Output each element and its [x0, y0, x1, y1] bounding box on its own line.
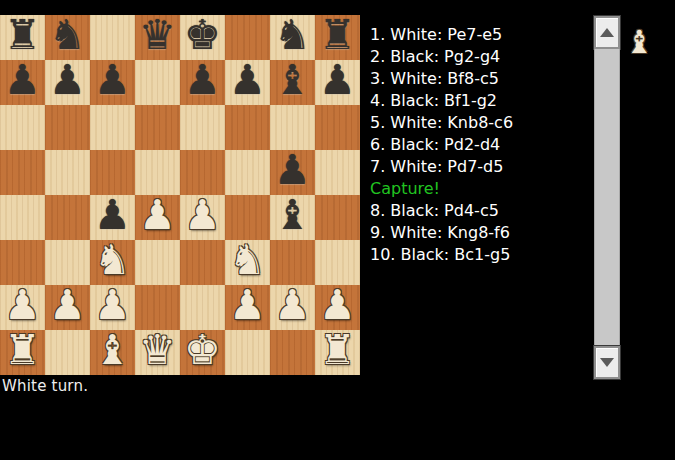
move-list: 1. White: Pe7-e52. Black: Pg2-g43. White…	[370, 24, 585, 266]
square-b3[interactable]	[45, 105, 90, 150]
square-c3[interactable]	[90, 105, 135, 150]
square-d1[interactable]: ♛	[135, 15, 180, 60]
piece-white-rook: ♜	[319, 330, 356, 373]
square-a2[interactable]: ♟	[0, 60, 45, 105]
piece-white-pawn: ♟	[184, 195, 221, 238]
square-h6[interactable]	[315, 240, 360, 285]
square-f1[interactable]	[225, 15, 270, 60]
square-b5[interactable]	[45, 195, 90, 240]
captured-pieces-tray: ♝	[624, 22, 654, 62]
down-arrow-icon	[600, 358, 614, 367]
square-c7[interactable]: ♟	[90, 285, 135, 330]
piece-black-pawn: ♟	[184, 60, 221, 103]
square-e5[interactable]: ♟	[180, 195, 225, 240]
piece-white-pawn: ♟	[274, 285, 311, 328]
capture-announcement: Capture!	[370, 178, 585, 200]
piece-black-knight: ♞	[49, 15, 86, 58]
square-g4[interactable]: ♟	[270, 150, 315, 195]
square-g3[interactable]	[270, 105, 315, 150]
square-c5[interactable]: ♟	[90, 195, 135, 240]
move-entry: 1. White: Pe7-e5	[370, 24, 585, 46]
square-d7[interactable]	[135, 285, 180, 330]
square-d2[interactable]	[135, 60, 180, 105]
piece-black-knight: ♞	[274, 15, 311, 58]
square-g5[interactable]: ♝	[270, 195, 315, 240]
turn-status-text: White turn.	[2, 377, 88, 395]
square-h2[interactable]: ♟	[315, 60, 360, 105]
square-c1[interactable]	[90, 15, 135, 60]
piece-black-pawn: ♟	[229, 60, 266, 103]
piece-white-pawn: ♟	[139, 195, 176, 238]
piece-white-pawn: ♟	[94, 285, 131, 328]
square-f7[interactable]: ♟	[225, 285, 270, 330]
square-d3[interactable]	[135, 105, 180, 150]
square-b4[interactable]	[45, 150, 90, 195]
square-b1[interactable]: ♞	[45, 15, 90, 60]
square-e2[interactable]: ♟	[180, 60, 225, 105]
piece-black-bishop: ♝	[274, 195, 311, 238]
up-arrow-icon	[600, 28, 614, 37]
piece-black-pawn: ♟	[274, 150, 311, 193]
move-entry: 10. Black: Bc1-g5	[370, 244, 585, 266]
move-entry: 6. Black: Pd2-d4	[370, 134, 585, 156]
piece-white-bishop: ♝	[94, 330, 131, 373]
piece-white-knight: ♞	[229, 240, 266, 283]
piece-black-rook: ♜	[319, 15, 356, 58]
square-h5[interactable]	[315, 195, 360, 240]
square-c2[interactable]: ♟	[90, 60, 135, 105]
square-e7[interactable]	[180, 285, 225, 330]
square-f4[interactable]	[225, 150, 270, 195]
square-f3[interactable]	[225, 105, 270, 150]
square-h3[interactable]	[315, 105, 360, 150]
square-a8[interactable]: ♜	[0, 330, 45, 375]
scroll-up-button[interactable]	[594, 16, 620, 49]
square-f5[interactable]	[225, 195, 270, 240]
square-e6[interactable]	[180, 240, 225, 285]
square-e1[interactable]: ♚	[180, 15, 225, 60]
square-e4[interactable]	[180, 150, 225, 195]
piece-black-queen: ♛	[139, 15, 176, 58]
square-h8[interactable]: ♜	[315, 330, 360, 375]
piece-black-pawn: ♟	[4, 60, 41, 103]
square-g7[interactable]: ♟	[270, 285, 315, 330]
square-e3[interactable]	[180, 105, 225, 150]
square-c6[interactable]: ♞	[90, 240, 135, 285]
piece-black-pawn: ♟	[94, 195, 131, 238]
square-f6[interactable]: ♞	[225, 240, 270, 285]
piece-black-pawn: ♟	[319, 60, 356, 103]
piece-white-pawn: ♟	[4, 285, 41, 328]
piece-white-queen: ♛	[139, 330, 176, 373]
square-f8[interactable]	[225, 330, 270, 375]
square-g2[interactable]: ♝	[270, 60, 315, 105]
piece-white-king: ♚	[184, 330, 221, 373]
move-entry: 3. White: Bf8-c5	[370, 68, 585, 90]
square-d4[interactable]	[135, 150, 180, 195]
move-entry: 9. White: Kng8-f6	[370, 222, 585, 244]
square-d8[interactable]: ♛	[135, 330, 180, 375]
square-a5[interactable]	[0, 195, 45, 240]
move-entry: 2. Black: Pg2-g4	[370, 46, 585, 68]
square-a7[interactable]: ♟	[0, 285, 45, 330]
square-d6[interactable]	[135, 240, 180, 285]
square-d5[interactable]: ♟	[135, 195, 180, 240]
move-list-scrollbar	[594, 16, 620, 379]
move-entry: 4. Black: Bf1-g2	[370, 90, 585, 112]
square-b7[interactable]: ♟	[45, 285, 90, 330]
piece-black-rook: ♜	[4, 15, 41, 58]
square-c8[interactable]: ♝	[90, 330, 135, 375]
square-a4[interactable]	[0, 150, 45, 195]
move-entry: 5. White: Knb8-c6	[370, 112, 585, 134]
piece-black-bishop: ♝	[274, 60, 311, 103]
square-e8[interactable]: ♚	[180, 330, 225, 375]
square-g6[interactable]	[270, 240, 315, 285]
piece-white-knight: ♞	[94, 240, 131, 283]
square-h4[interactable]	[315, 150, 360, 195]
captured-piece-white-bishop: ♝	[625, 22, 654, 62]
piece-white-pawn: ♟	[49, 285, 86, 328]
chess-board: ♜♞♛♚♞♜♟♟♟♟♟♝♟♟♟♟♟♝♞♞♟♟♟♟♟♟♜♝♛♚♜	[0, 15, 360, 375]
square-b2[interactable]: ♟	[45, 60, 90, 105]
piece-black-pawn: ♟	[49, 60, 86, 103]
square-b6[interactable]	[45, 240, 90, 285]
square-f2[interactable]: ♟	[225, 60, 270, 105]
piece-white-rook: ♜	[4, 330, 41, 373]
piece-white-pawn: ♟	[229, 285, 266, 328]
move-entry: 7. White: Pd7-d5	[370, 156, 585, 178]
square-a6[interactable]	[0, 240, 45, 285]
piece-white-pawn: ♟	[319, 285, 356, 328]
square-c4[interactable]	[90, 150, 135, 195]
square-b8[interactable]	[45, 330, 90, 375]
scrollbar-track[interactable]	[594, 49, 620, 346]
piece-black-pawn: ♟	[94, 60, 131, 103]
scroll-down-button[interactable]	[594, 346, 620, 379]
square-a3[interactable]	[0, 105, 45, 150]
square-g1[interactable]: ♞	[270, 15, 315, 60]
square-h7[interactable]: ♟	[315, 285, 360, 330]
square-a1[interactable]: ♜	[0, 15, 45, 60]
piece-black-king: ♚	[184, 15, 221, 58]
square-h1[interactable]: ♜	[315, 15, 360, 60]
move-entry: 8. Black: Pd4-c5	[370, 200, 585, 222]
square-g8[interactable]	[270, 330, 315, 375]
